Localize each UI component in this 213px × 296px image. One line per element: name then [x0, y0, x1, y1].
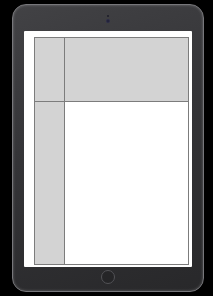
tablet-frame — [12, 4, 204, 292]
screen — [24, 31, 192, 267]
front-camera-icon — [106, 19, 110, 23]
puzzle-grid — [65, 102, 188, 264]
clue-corner — [35, 38, 65, 102]
ambient-sensor-icon — [107, 15, 109, 17]
home-button[interactable] — [101, 270, 115, 284]
column-clues — [65, 38, 188, 102]
row-clues — [35, 102, 65, 264]
nonogram-board — [34, 37, 189, 265]
